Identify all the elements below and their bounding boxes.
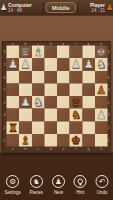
- square-c8[interactable]: ♝: [32, 46, 45, 59]
- difficulty-badge: Middle: [46, 2, 76, 13]
- computer-info: Computer 14 : 48: [8, 2, 32, 12]
- square-h4[interactable]: [95, 96, 108, 109]
- square-b5[interactable]: [19, 83, 32, 96]
- square-b7[interactable]: ♟: [19, 58, 32, 71]
- pieces-button[interactable]: ♞Pieces: [30, 175, 44, 195]
- piece-orange-king[interactable]: ♚: [71, 134, 81, 146]
- square-e8[interactable]: [57, 46, 70, 59]
- app-screen: ♟ Computer 14 : 48 Middle Player 14 : 31…: [0, 0, 113, 200]
- square-a1[interactable]: [7, 134, 20, 147]
- piece-silver-knight[interactable]: ♞: [33, 97, 43, 109]
- square-e3[interactable]: [57, 109, 70, 122]
- square-e4[interactable]: [57, 96, 70, 109]
- piece-orange-pawn[interactable]: ♟: [96, 84, 106, 96]
- square-g8[interactable]: [82, 46, 95, 59]
- file-label: g: [82, 147, 95, 151]
- piece-silver-pawn[interactable]: ♟: [8, 59, 18, 71]
- square-f7[interactable]: ♟: [70, 58, 83, 71]
- piece-silver-pawn[interactable]: ♟: [71, 59, 81, 71]
- square-f4[interactable]: ♛: [70, 96, 83, 109]
- toolbar-button-label: Hint: [76, 189, 84, 194]
- square-a3[interactable]: [7, 109, 20, 122]
- file-label: c: [32, 147, 45, 151]
- square-c7[interactable]: [32, 58, 45, 71]
- square-h2[interactable]: [95, 121, 108, 134]
- square-d7[interactable]: [44, 58, 57, 71]
- square-e1[interactable]: [57, 134, 70, 147]
- new-button[interactable]: ♟New: [52, 175, 65, 195]
- square-g5[interactable]: [82, 83, 95, 96]
- square-f6[interactable]: [70, 71, 83, 84]
- piece-silver-king[interactable]: ♚: [96, 46, 106, 58]
- player-info: Player 14 : 31: [90, 2, 105, 12]
- square-d3[interactable]: [44, 109, 57, 122]
- square-b6[interactable]: [19, 71, 32, 84]
- piece-silver-knight[interactable]: ♞: [96, 59, 106, 71]
- square-c1[interactable]: [32, 134, 45, 147]
- square-c3[interactable]: [32, 109, 45, 122]
- file-label: e: [57, 147, 70, 151]
- square-b1[interactable]: ♝: [19, 134, 32, 147]
- square-g6[interactable]: [82, 71, 95, 84]
- square-c4[interactable]: ♞: [32, 96, 45, 109]
- player-pawn-icon: ♟: [106, 3, 113, 11]
- square-d5[interactable]: [44, 83, 57, 96]
- piece-silver-bishop[interactable]: ♝: [33, 46, 43, 58]
- square-c2[interactable]: [32, 121, 45, 134]
- file-label: h: [95, 147, 108, 151]
- square-h6[interactable]: [95, 71, 108, 84]
- toolbar-button-label: Settings: [4, 189, 20, 194]
- header-divider: [43, 2, 44, 13]
- pawn-icon: ♟: [52, 175, 65, 188]
- square-f5[interactable]: [70, 83, 83, 96]
- square-f2[interactable]: [70, 121, 83, 134]
- square-g3[interactable]: [82, 109, 95, 122]
- square-b2[interactable]: [19, 121, 32, 134]
- square-e2[interactable]: [57, 121, 70, 134]
- square-e7[interactable]: [57, 58, 70, 71]
- player-clock: 14 : 31: [90, 7, 105, 12]
- piece-orange-bishop[interactable]: ♝: [20, 134, 30, 146]
- square-h5[interactable]: ♟: [95, 83, 108, 96]
- bottom-toolbar: ⚙Settings♞Pieces♟NewHint↶Undo: [0, 169, 113, 200]
- gear-icon: ⚙: [6, 175, 19, 188]
- square-f3[interactable]: ♞: [70, 109, 83, 122]
- square-g7[interactable]: ♟: [82, 58, 95, 71]
- header-divider: [78, 2, 79, 13]
- square-g1[interactable]: [82, 134, 95, 147]
- file-label: b: [19, 147, 32, 151]
- undo-button[interactable]: ↶Undo: [96, 175, 109, 195]
- piece-orange-knight[interactable]: ♞: [71, 109, 81, 121]
- file-labels-bottom: abcdefgh: [7, 146, 108, 153]
- square-a4[interactable]: [7, 96, 20, 109]
- hint-button[interactable]: Hint: [74, 175, 87, 195]
- computer-clock: 14 : 48: [8, 7, 32, 12]
- square-b4[interactable]: ♟: [19, 96, 32, 109]
- header-bar: ♟ Computer 14 : 48 Middle Player 14 : 31…: [0, 0, 113, 16]
- square-b8[interactable]: ♛: [19, 46, 32, 59]
- file-label: d: [44, 147, 57, 151]
- square-a6[interactable]: [7, 71, 20, 84]
- chess-board: abcdefgh abcdefgh 87654321 87654321 ♛♝♚♟…: [2, 41, 111, 153]
- square-d4[interactable]: [44, 96, 57, 109]
- square-e5[interactable]: [57, 83, 70, 96]
- settings-button[interactable]: ⚙Settings: [4, 175, 20, 195]
- piece-silver-pawn[interactable]: ♟: [96, 109, 106, 121]
- square-h8[interactable]: ♚: [95, 46, 108, 59]
- square-a5[interactable]: [7, 83, 20, 96]
- square-d8[interactable]: [44, 46, 57, 59]
- piece-silver-pawn[interactable]: ♟: [20, 97, 30, 109]
- square-b3[interactable]: [19, 109, 32, 122]
- square-a2[interactable]: ♜: [7, 121, 20, 134]
- square-a7[interactable]: ♟: [7, 58, 20, 71]
- square-h7[interactable]: ♞: [95, 58, 108, 71]
- bulb-icon: [74, 175, 87, 188]
- square-c5[interactable]: [32, 83, 45, 96]
- file-label: a: [7, 147, 20, 151]
- square-d6[interactable]: [44, 71, 57, 84]
- square-d2[interactable]: [44, 121, 57, 134]
- computer-pawn-icon: ♟: [0, 3, 7, 11]
- square-e6[interactable]: [57, 71, 70, 84]
- toolbar-button-label: Undo: [97, 189, 108, 194]
- board-grid: ♛♝♚♟♟♟♟♞♟♟♞♛♞♟♜♝♚: [7, 46, 108, 147]
- piece-silver-queen[interactable]: ♛: [20, 46, 30, 58]
- square-h3[interactable]: ♟: [95, 109, 108, 122]
- piece-silver-pawn[interactable]: ♟: [20, 59, 30, 71]
- knight-icon: ♞: [30, 175, 43, 188]
- square-g2[interactable]: [82, 121, 95, 134]
- square-f8[interactable]: [70, 46, 83, 59]
- square-g4[interactable]: [82, 96, 95, 109]
- square-a8[interactable]: [7, 46, 20, 59]
- toolbar-button-label: Pieces: [30, 189, 44, 194]
- piece-orange-queen[interactable]: ♛: [71, 97, 81, 109]
- square-f1[interactable]: ♚: [70, 134, 83, 147]
- undo-arrow-icon: ↶: [96, 175, 109, 188]
- piece-orange-rook[interactable]: ♜: [8, 122, 18, 134]
- file-label: f: [70, 147, 83, 151]
- toolbar-button-label: New: [54, 189, 63, 194]
- square-h1[interactable]: [95, 134, 108, 147]
- square-c6[interactable]: [32, 71, 45, 84]
- piece-silver-pawn[interactable]: ♟: [83, 59, 93, 71]
- square-d1[interactable]: [44, 134, 57, 147]
